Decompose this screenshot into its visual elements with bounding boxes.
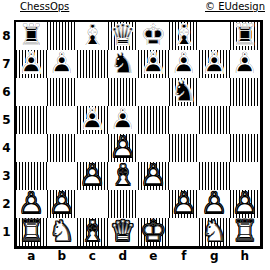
piece-glyph-base: ♟ [79, 105, 105, 134]
piece-glyph-overlay: ♖ [18, 21, 44, 50]
square-h2[interactable]: ♟♙ [230, 190, 261, 218]
piece-glyph-overlay: ♙ [110, 105, 136, 134]
square-h5[interactable] [230, 106, 261, 134]
piece-glyph-overlay: ♙ [49, 189, 75, 218]
piece-glyph-overlay: ♙ [18, 189, 44, 218]
piece-glyph-base: ♞ [49, 217, 75, 246]
square-g3[interactable] [199, 162, 230, 190]
piece-white-queen[interactable]: ♛♕ [108, 218, 139, 246]
piece-black-pawn[interactable]: ♟♙ [108, 106, 139, 134]
square-h6[interactable] [230, 78, 261, 106]
piece-white-bishop[interactable]: ♝♗ [108, 162, 139, 190]
piece-white-pawn[interactable]: ♟♙ [77, 162, 108, 190]
piece-glyph-overlay: ♙ [18, 49, 44, 78]
piece-glyph-overlay: ♖ [232, 21, 258, 50]
piece-glyph-base: ♜ [232, 21, 258, 50]
square-a2[interactable]: ♟♙ [16, 190, 47, 218]
app-title: ChessOps [20, 1, 69, 13]
piece-glyph-overlay: ♖ [18, 217, 44, 246]
square-c4[interactable] [77, 134, 108, 162]
credit-label: © EUdesign [205, 1, 265, 13]
square-g6[interactable] [199, 78, 230, 106]
square-b2[interactable]: ♟♙ [47, 190, 78, 218]
square-b6[interactable] [47, 78, 78, 106]
piece-black-pawn[interactable]: ♟♙ [169, 50, 200, 78]
square-h1[interactable]: ♜♖ [230, 218, 261, 246]
piece-white-pawn[interactable]: ♟♙ [230, 190, 261, 218]
piece-glyph-overlay: ♔ [140, 217, 166, 246]
rank-label-8: 8 [0, 22, 13, 50]
piece-glyph-overlay: ♙ [140, 49, 166, 78]
piece-black-rook[interactable]: ♜♖ [230, 22, 261, 50]
piece-glyph-overlay: ♙ [232, 49, 258, 78]
square-g2[interactable]: ♟♙ [199, 190, 230, 218]
piece-glyph-base: ♜ [18, 21, 44, 50]
square-g8[interactable] [199, 22, 230, 50]
file-labels: abcdefgh [16, 249, 260, 263]
piece-glyph-base: ♜ [18, 217, 44, 246]
square-a4[interactable] [16, 134, 47, 162]
piece-glyph-base: ♝ [79, 217, 105, 246]
square-g1[interactable]: ♞♘ [199, 218, 230, 246]
square-d4[interactable]: ♟♙ [108, 134, 139, 162]
piece-glyph-overlay: ♕ [110, 217, 136, 246]
square-b1[interactable]: ♞♘ [47, 218, 78, 246]
square-c2[interactable] [77, 190, 108, 218]
square-f7[interactable]: ♟♙ [169, 50, 200, 78]
file-label-g: g [199, 249, 230, 263]
piece-white-rook[interactable]: ♜♖ [16, 218, 47, 246]
piece-black-bishop[interactable]: ♝♗ [77, 22, 108, 50]
square-g7[interactable]: ♟♙ [199, 50, 230, 78]
piece-glyph-overlay: ♔ [140, 21, 166, 50]
file-label-f: f [169, 249, 200, 263]
piece-white-pawn[interactable]: ♟♙ [47, 190, 78, 218]
square-g5[interactable] [199, 106, 230, 134]
square-h7[interactable]: ♟♙ [230, 50, 261, 78]
piece-white-pawn[interactable]: ♟♙ [169, 190, 200, 218]
piece-glyph-base: ♟ [232, 189, 258, 218]
square-h3[interactable] [230, 162, 261, 190]
piece-black-king[interactable]: ♚♔ [138, 22, 169, 50]
square-h4[interactable] [230, 134, 261, 162]
square-b4[interactable] [47, 134, 78, 162]
piece-glyph-base: ♝ [79, 21, 105, 50]
piece-glyph-overlay: ♘ [49, 217, 75, 246]
square-b3[interactable] [47, 162, 78, 190]
piece-glyph-overlay: ♙ [171, 189, 197, 218]
piece-white-bishop[interactable]: ♝♗ [77, 218, 108, 246]
piece-black-pawn[interactable]: ♟♙ [47, 50, 78, 78]
file-label-c: c [77, 249, 108, 263]
piece-glyph-base: ♟ [110, 133, 136, 162]
square-f4[interactable] [169, 134, 200, 162]
rank-label-3: 3 [0, 162, 13, 190]
piece-glyph-overlay: ♗ [79, 217, 105, 246]
file-label-e: e [138, 249, 169, 263]
square-b5[interactable] [47, 106, 78, 134]
piece-glyph-base: ♟ [171, 49, 197, 78]
square-a7[interactable]: ♟♙ [16, 50, 47, 78]
piece-glyph-overlay: ♙ [201, 49, 227, 78]
piece-glyph-overlay: ♗ [110, 161, 136, 190]
square-b7[interactable]: ♟♙ [47, 50, 78, 78]
piece-glyph-base: ♝ [110, 161, 136, 190]
square-e5[interactable] [138, 106, 169, 134]
rank-labels: 87654321 [0, 22, 13, 246]
square-c7[interactable] [77, 50, 108, 78]
square-f3[interactable] [169, 162, 200, 190]
square-a6[interactable] [16, 78, 47, 106]
piece-black-bishop[interactable]: ♝♗ [169, 22, 200, 50]
square-g4[interactable] [199, 134, 230, 162]
chess-board: ♜♖♝♗♛♕♚♔♝♗♜♖♟♙♟♙♞♘♟♙♟♙♟♙♟♙♞♘♟♙♟♙♟♙♟♙♝♗♟♙… [14, 20, 263, 249]
square-d1[interactable]: ♛♕ [108, 218, 139, 246]
piece-glyph-base: ♞ [201, 217, 227, 246]
square-d7[interactable]: ♞♘ [108, 50, 139, 78]
piece-glyph-overlay: ♖ [232, 217, 258, 246]
piece-glyph-base: ♟ [18, 49, 44, 78]
piece-glyph-base: ♝ [171, 21, 197, 50]
square-a5[interactable] [16, 106, 47, 134]
file-label-a: a [16, 249, 47, 263]
piece-glyph-base: ♜ [232, 217, 258, 246]
piece-glyph-overlay: ♘ [201, 217, 227, 246]
piece-black-pawn[interactable]: ♟♙ [138, 50, 169, 78]
piece-glyph-base: ♟ [49, 189, 75, 218]
square-f1[interactable] [169, 218, 200, 246]
piece-black-pawn[interactable]: ♟♙ [16, 50, 47, 78]
piece-glyph-overlay: ♙ [232, 189, 258, 218]
square-e7[interactable]: ♟♙ [138, 50, 169, 78]
square-c5[interactable]: ♟♙ [77, 106, 108, 134]
piece-white-king[interactable]: ♚♔ [138, 218, 169, 246]
piece-glyph-overlay: ♘ [171, 77, 197, 106]
rank-label-7: 7 [0, 50, 13, 78]
piece-glyph-overlay: ♙ [171, 49, 197, 78]
rank-label-1: 1 [0, 218, 13, 246]
square-e8[interactable]: ♚♔ [138, 22, 169, 50]
square-c3[interactable]: ♟♙ [77, 162, 108, 190]
piece-glyph-base: ♟ [49, 49, 75, 78]
square-h8[interactable]: ♜♖ [230, 22, 261, 50]
square-e6[interactable] [138, 78, 169, 106]
piece-glyph-overlay: ♙ [201, 189, 227, 218]
piece-glyph-base: ♛ [110, 217, 136, 246]
square-e3[interactable]: ♟♙ [138, 162, 169, 190]
square-f8[interactable]: ♝♗ [169, 22, 200, 50]
piece-glyph-overlay: ♙ [79, 105, 105, 134]
square-a3[interactable] [16, 162, 47, 190]
piece-black-rook[interactable]: ♜♖ [16, 22, 47, 50]
piece-glyph-base: ♛ [110, 21, 136, 50]
piece-black-queen[interactable]: ♛♕ [108, 22, 139, 50]
piece-white-knight[interactable]: ♞♘ [47, 218, 78, 246]
piece-glyph-base: ♟ [171, 189, 197, 218]
file-label-d: d [108, 249, 139, 263]
rank-label-6: 6 [0, 78, 13, 106]
piece-glyph-overlay: ♗ [79, 21, 105, 50]
square-f5[interactable] [169, 106, 200, 134]
square-b8[interactable] [47, 22, 78, 50]
square-a8[interactable]: ♜♖ [16, 22, 47, 50]
piece-white-pawn[interactable]: ♟♙ [16, 190, 47, 218]
piece-white-knight[interactable]: ♞♘ [199, 218, 230, 246]
piece-glyph-base: ♚ [140, 217, 166, 246]
square-f2[interactable]: ♟♙ [169, 190, 200, 218]
piece-black-pawn[interactable]: ♟♙ [77, 106, 108, 134]
square-d6[interactable] [108, 78, 139, 106]
piece-glyph-overlay: ♕ [110, 21, 136, 50]
piece-glyph-base: ♟ [140, 161, 166, 190]
piece-glyph-overlay: ♘ [110, 49, 136, 78]
piece-glyph-base: ♟ [79, 161, 105, 190]
piece-glyph-base: ♚ [140, 21, 166, 50]
rank-label-5: 5 [0, 106, 13, 134]
square-c1[interactable]: ♝♗ [77, 218, 108, 246]
piece-black-knight[interactable]: ♞♘ [169, 78, 200, 106]
piece-glyph-base: ♟ [201, 49, 227, 78]
square-e4[interactable] [138, 134, 169, 162]
piece-glyph-base: ♟ [201, 189, 227, 218]
piece-glyph-base: ♞ [110, 49, 136, 78]
piece-glyph-base: ♟ [18, 189, 44, 218]
square-f6[interactable]: ♞♘ [169, 78, 200, 106]
square-d2[interactable] [108, 190, 139, 218]
piece-white-rook[interactable]: ♜♖ [230, 218, 261, 246]
file-label-h: h [230, 249, 261, 263]
piece-glyph-overlay: ♙ [110, 133, 136, 162]
square-d3[interactable]: ♝♗ [108, 162, 139, 190]
file-label-b: b [47, 249, 78, 263]
piece-white-pawn[interactable]: ♟♙ [108, 134, 139, 162]
square-d8[interactable]: ♛♕ [108, 22, 139, 50]
piece-glyph-base: ♞ [171, 77, 197, 106]
square-a1[interactable]: ♜♖ [16, 218, 47, 246]
piece-glyph-overlay: ♗ [171, 21, 197, 50]
square-c8[interactable]: ♝♗ [77, 22, 108, 50]
piece-glyph-base: ♟ [110, 105, 136, 134]
piece-glyph-overlay: ♙ [79, 161, 105, 190]
rank-label-4: 4 [0, 134, 13, 162]
piece-glyph-base: ♟ [232, 49, 258, 78]
rank-label-2: 2 [0, 190, 13, 218]
piece-glyph-overlay: ♙ [49, 49, 75, 78]
square-e2[interactable] [138, 190, 169, 218]
piece-black-pawn[interactable]: ♟♙ [230, 50, 261, 78]
piece-glyph-base: ♟ [140, 49, 166, 78]
piece-white-pawn[interactable]: ♟♙ [138, 162, 169, 190]
piece-white-pawn[interactable]: ♟♙ [199, 190, 230, 218]
square-e1[interactable]: ♚♔ [138, 218, 169, 246]
piece-black-knight[interactable]: ♞♘ [108, 50, 139, 78]
square-c6[interactable] [77, 78, 108, 106]
piece-glyph-overlay: ♙ [140, 161, 166, 190]
piece-black-pawn[interactable]: ♟♙ [199, 50, 230, 78]
square-d5[interactable]: ♟♙ [108, 106, 139, 134]
